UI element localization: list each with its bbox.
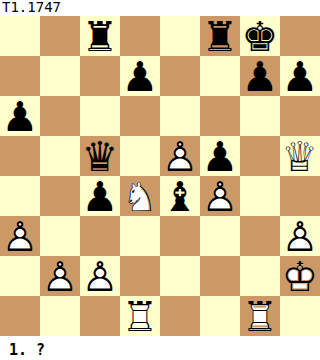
square-c6[interactable] xyxy=(80,96,120,136)
square-a4[interactable] xyxy=(0,176,40,216)
white-pawn[interactable]: ♟♙ xyxy=(280,216,320,256)
square-a3[interactable]: ♟♙ xyxy=(0,216,40,256)
chess-puzzle-window: T1.1747 ♜♜♚♟♟♟♟♛♟♙♟♛♕♟♞♘♝♟♙♟♙♟♙♟♙♟♙♚♔♜♖♜… xyxy=(0,0,320,360)
square-g6[interactable] xyxy=(240,96,280,136)
square-g7[interactable]: ♟ xyxy=(240,56,280,96)
black-rook[interactable]: ♜ xyxy=(200,16,240,56)
square-g5[interactable] xyxy=(240,136,280,176)
square-h8[interactable] xyxy=(280,16,320,56)
square-e4[interactable]: ♝ xyxy=(160,176,200,216)
square-c5[interactable]: ♛ xyxy=(80,136,120,176)
piece-glyph: ♚ xyxy=(240,17,280,57)
white-pawn[interactable]: ♟♙ xyxy=(200,176,240,216)
square-d3[interactable] xyxy=(120,216,160,256)
square-b3[interactable] xyxy=(40,216,80,256)
square-f2[interactable] xyxy=(200,256,240,296)
square-c2[interactable]: ♟♙ xyxy=(80,256,120,296)
black-king[interactable]: ♚ xyxy=(240,16,280,56)
square-g3[interactable] xyxy=(240,216,280,256)
black-rook[interactable]: ♜ xyxy=(80,16,120,56)
black-queen[interactable]: ♛ xyxy=(80,136,120,176)
square-e6[interactable] xyxy=(160,96,200,136)
piece-outline-glyph: ♖ xyxy=(240,297,280,337)
chess-board[interactable]: ♜♜♚♟♟♟♟♛♟♙♟♛♕♟♞♘♝♟♙♟♙♟♙♟♙♟♙♚♔♜♖♜♖ xyxy=(0,16,320,336)
square-d1[interactable]: ♜♖ xyxy=(120,296,160,336)
square-e5[interactable]: ♟♙ xyxy=(160,136,200,176)
square-c3[interactable] xyxy=(80,216,120,256)
white-pawn[interactable]: ♟♙ xyxy=(160,136,200,176)
white-pawn[interactable]: ♟♙ xyxy=(80,256,120,296)
square-a6[interactable]: ♟ xyxy=(0,96,40,136)
square-g1[interactable]: ♜♖ xyxy=(240,296,280,336)
piece-glyph: ♟ xyxy=(0,97,40,137)
square-h2[interactable]: ♚♔ xyxy=(280,256,320,296)
square-b6[interactable] xyxy=(40,96,80,136)
piece-glyph: ♟ xyxy=(120,57,160,97)
white-queen[interactable]: ♛♕ xyxy=(280,136,320,176)
square-d2[interactable] xyxy=(120,256,160,296)
black-pawn[interactable]: ♟ xyxy=(120,56,160,96)
square-f4[interactable]: ♟♙ xyxy=(200,176,240,216)
piece-outline-glyph: ♘ xyxy=(120,177,160,217)
piece-outline-glyph: ♙ xyxy=(40,257,80,297)
piece-outline-glyph: ♙ xyxy=(200,177,240,217)
white-rook[interactable]: ♜♖ xyxy=(120,296,160,336)
square-f7[interactable] xyxy=(200,56,240,96)
piece-glyph: ♜ xyxy=(80,17,120,57)
square-c1[interactable] xyxy=(80,296,120,336)
square-e1[interactable] xyxy=(160,296,200,336)
black-bishop[interactable]: ♝ xyxy=(160,176,200,216)
piece-glyph: ♜ xyxy=(200,17,240,57)
square-d5[interactable] xyxy=(120,136,160,176)
square-f8[interactable]: ♜ xyxy=(200,16,240,56)
square-h3[interactable]: ♟♙ xyxy=(280,216,320,256)
square-a2[interactable] xyxy=(0,256,40,296)
square-e2[interactable] xyxy=(160,256,200,296)
white-rook[interactable]: ♜♖ xyxy=(240,296,280,336)
square-h5[interactable]: ♛♕ xyxy=(280,136,320,176)
square-c7[interactable] xyxy=(80,56,120,96)
square-h6[interactable] xyxy=(280,96,320,136)
piece-outline-glyph: ♕ xyxy=(280,137,320,177)
square-e7[interactable] xyxy=(160,56,200,96)
square-g2[interactable] xyxy=(240,256,280,296)
square-b8[interactable] xyxy=(40,16,80,56)
piece-glyph: ♟ xyxy=(200,137,240,177)
square-g8[interactable]: ♚ xyxy=(240,16,280,56)
piece-outline-glyph: ♙ xyxy=(280,217,320,257)
square-g4[interactable] xyxy=(240,176,280,216)
square-h7[interactable]: ♟ xyxy=(280,56,320,96)
white-pawn[interactable]: ♟♙ xyxy=(0,216,40,256)
piece-outline-glyph: ♙ xyxy=(0,217,40,257)
square-b7[interactable] xyxy=(40,56,80,96)
black-pawn[interactable]: ♟ xyxy=(200,136,240,176)
square-d6[interactable] xyxy=(120,96,160,136)
square-b2[interactable]: ♟♙ xyxy=(40,256,80,296)
square-a7[interactable] xyxy=(0,56,40,96)
black-pawn[interactable]: ♟ xyxy=(0,96,40,136)
piece-glyph: ♟ xyxy=(80,177,120,217)
piece-outline-glyph: ♖ xyxy=(120,297,160,337)
black-pawn[interactable]: ♟ xyxy=(80,176,120,216)
black-pawn[interactable]: ♟ xyxy=(240,56,280,96)
square-b5[interactable] xyxy=(40,136,80,176)
square-e8[interactable] xyxy=(160,16,200,56)
square-a5[interactable] xyxy=(0,136,40,176)
square-f5[interactable]: ♟ xyxy=(200,136,240,176)
square-f6[interactable] xyxy=(200,96,240,136)
square-h4[interactable] xyxy=(280,176,320,216)
square-d7[interactable]: ♟ xyxy=(120,56,160,96)
square-a1[interactable] xyxy=(0,296,40,336)
square-b4[interactable] xyxy=(40,176,80,216)
white-knight[interactable]: ♞♘ xyxy=(120,176,160,216)
square-f1[interactable] xyxy=(200,296,240,336)
piece-glyph: ♝ xyxy=(160,177,200,217)
piece-outline-glyph: ♙ xyxy=(80,257,120,297)
square-b1[interactable] xyxy=(40,296,80,336)
piece-glyph: ♟ xyxy=(280,57,320,97)
square-d8[interactable] xyxy=(120,16,160,56)
square-d4[interactable]: ♞♘ xyxy=(120,176,160,216)
square-e3[interactable] xyxy=(160,216,200,256)
square-f3[interactable] xyxy=(200,216,240,256)
piece-outline-glyph: ♙ xyxy=(160,137,200,177)
white-pawn[interactable]: ♟♙ xyxy=(40,256,80,296)
square-h1[interactable] xyxy=(280,296,320,336)
black-pawn[interactable]: ♟ xyxy=(280,56,320,96)
piece-outline-glyph: ♔ xyxy=(280,257,320,297)
square-c4[interactable]: ♟ xyxy=(80,176,120,216)
square-c8[interactable]: ♜ xyxy=(80,16,120,56)
square-a8[interactable] xyxy=(0,16,40,56)
white-king[interactable]: ♚♔ xyxy=(280,256,320,296)
piece-glyph: ♛ xyxy=(80,137,120,177)
piece-glyph: ♟ xyxy=(240,57,280,97)
